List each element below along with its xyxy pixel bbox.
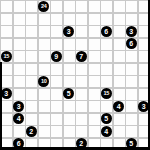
clue-circle[interactable]: 15 bbox=[1, 51, 12, 62]
clue-circle[interactable]: 10 bbox=[38, 76, 49, 87]
board-border-left bbox=[0, 62, 2, 150]
board-border-right bbox=[148, 0, 150, 150]
clue-circle[interactable]: 3 bbox=[126, 26, 137, 37]
clue-circle[interactable]: 5 bbox=[63, 88, 74, 99]
clue-circle[interactable]: 5 bbox=[126, 138, 137, 149]
clue-circle[interactable]: 24 bbox=[38, 1, 49, 12]
clue-circle[interactable]: 7 bbox=[76, 51, 87, 62]
clue-circle[interactable]: 3 bbox=[138, 101, 149, 112]
clue-circle[interactable]: 5 bbox=[101, 113, 112, 124]
clue-circle[interactable]: 2 bbox=[76, 138, 87, 149]
clue-circle[interactable]: 4 bbox=[101, 126, 112, 137]
clue-circle[interactable]: 2 bbox=[26, 126, 37, 137]
clue-circle[interactable]: 3 bbox=[13, 101, 24, 112]
clue-circle[interactable]: 3 bbox=[63, 26, 74, 37]
clue-circle[interactable]: 4 bbox=[13, 113, 24, 124]
clue-circle[interactable]: 6 bbox=[126, 38, 137, 49]
clue-circle[interactable]: 4 bbox=[113, 101, 124, 112]
shikaku-board[interactable]: 24363615971035153434524625 bbox=[0, 0, 150, 150]
clue-circle[interactable]: 3 bbox=[1, 88, 12, 99]
clue-circle[interactable]: 6 bbox=[101, 26, 112, 37]
clue-circle[interactable]: 15 bbox=[101, 88, 112, 99]
clue-circle[interactable]: 9 bbox=[51, 51, 62, 62]
